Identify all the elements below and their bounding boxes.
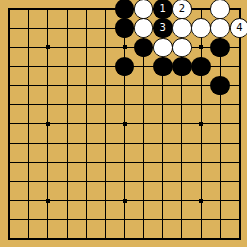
black-stone-icon: ● <box>153 57 173 77</box>
white-stone: ● <box>172 38 192 58</box>
grid-line <box>10 143 240 144</box>
star-point <box>199 199 203 203</box>
star-point <box>46 199 50 203</box>
black-stone: ● <box>153 57 173 77</box>
white-stone: ● <box>210 0 230 19</box>
star-point <box>46 122 50 126</box>
black-stone: ●3 <box>153 18 173 38</box>
white-stone: ● <box>210 18 230 38</box>
white-stone-icon: ● <box>154 39 172 57</box>
star-point <box>123 199 127 203</box>
white-stone-icon: ● <box>135 0 153 18</box>
black-stone-icon: ● <box>210 38 230 58</box>
white-stone: ● <box>191 18 211 38</box>
white-stone-icon: ● <box>211 19 229 37</box>
black-stone-icon: ● <box>191 57 211 77</box>
star-point <box>123 45 127 49</box>
move-number-label: 3 <box>153 18 173 38</box>
grid-line <box>10 219 240 220</box>
white-stone-icon: ● <box>135 19 153 37</box>
go-board[interactable]: ●●●1●2●●●●3●●●●4●●●●●●●●● <box>0 0 247 247</box>
black-stone-icon: ● <box>115 18 135 38</box>
white-stone-icon: ● <box>173 39 191 57</box>
black-stone: ●1 <box>153 0 173 19</box>
black-stone: ● <box>210 38 230 58</box>
star-point <box>199 122 203 126</box>
move-number-label: 2 <box>173 0 191 18</box>
star-point <box>46 45 50 49</box>
white-stone: ●2 <box>172 0 192 19</box>
white-stone: ● <box>153 38 173 58</box>
black-stone-icon: ● <box>172 57 192 77</box>
move-number-label: 1 <box>153 0 173 19</box>
star-point <box>123 122 127 126</box>
go-problem-diagram: ●●●1●2●●●●3●●●●4●●●●●●●●● <box>0 0 247 247</box>
white-stone-icon: ● <box>211 0 229 18</box>
white-stone-icon: ● <box>192 19 210 37</box>
white-stone-icon: ● <box>173 19 191 37</box>
grid-line <box>10 181 240 182</box>
black-stone: ● <box>172 57 192 77</box>
black-stone: ● <box>115 18 135 38</box>
white-stone: ●4 <box>230 18 247 38</box>
white-stone: ● <box>172 18 192 38</box>
star-point <box>199 45 203 49</box>
move-number-label: 4 <box>231 19 247 37</box>
black-stone: ● <box>115 0 135 19</box>
black-stone-icon: ● <box>115 0 135 19</box>
grid-line <box>10 162 240 163</box>
black-stone: ● <box>191 57 211 77</box>
